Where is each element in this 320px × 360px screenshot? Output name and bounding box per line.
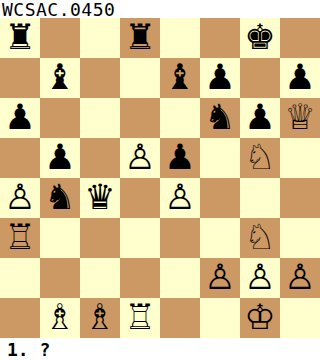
square-e7[interactable]: ♝ xyxy=(160,58,200,98)
square-c7[interactable] xyxy=(80,58,120,98)
square-h1[interactable] xyxy=(280,298,320,338)
black-rook: ♜ xyxy=(4,17,35,57)
square-g4[interactable] xyxy=(240,178,280,218)
white-pawn: ♙ xyxy=(204,257,235,297)
square-e4[interactable]: ♙ xyxy=(160,178,200,218)
square-g7[interactable] xyxy=(240,58,280,98)
square-b2[interactable] xyxy=(40,258,80,298)
white-knight: ♘ xyxy=(244,137,275,177)
square-c6[interactable] xyxy=(80,98,120,138)
square-f1[interactable] xyxy=(200,298,240,338)
black-knight: ♞ xyxy=(44,177,75,217)
square-e2[interactable] xyxy=(160,258,200,298)
square-f8[interactable] xyxy=(200,18,240,58)
square-a7[interactable] xyxy=(0,58,40,98)
black-pawn: ♟ xyxy=(204,57,235,97)
square-b5[interactable]: ♟ xyxy=(40,138,80,178)
square-h3[interactable] xyxy=(280,218,320,258)
square-d5[interactable]: ♙ xyxy=(120,138,160,178)
chess-diagram: WCSAC.0450 ♜♜♚♝♝♟♟♟♞♟♕♟♙♟♘♙♞♛♙♖♘♙♙♙♗♗♖♔ … xyxy=(0,0,320,360)
white-pawn: ♙ xyxy=(284,257,315,297)
square-e3[interactable] xyxy=(160,218,200,258)
square-d8[interactable]: ♜ xyxy=(120,18,160,58)
square-e6[interactable] xyxy=(160,98,200,138)
black-bishop: ♝ xyxy=(44,57,75,97)
black-rook: ♜ xyxy=(124,17,155,57)
white-rook: ♖ xyxy=(124,297,155,337)
white-bishop: ♗ xyxy=(44,297,75,337)
square-g5[interactable]: ♘ xyxy=(240,138,280,178)
square-b4[interactable]: ♞ xyxy=(40,178,80,218)
square-b6[interactable] xyxy=(40,98,80,138)
square-f4[interactable] xyxy=(200,178,240,218)
black-queen: ♛ xyxy=(84,177,115,217)
square-c8[interactable] xyxy=(80,18,120,58)
square-d4[interactable] xyxy=(120,178,160,218)
square-c2[interactable] xyxy=(80,258,120,298)
black-pawn: ♟ xyxy=(244,97,275,137)
black-pawn: ♟ xyxy=(284,57,315,97)
square-e1[interactable] xyxy=(160,298,200,338)
square-g8[interactable]: ♚ xyxy=(240,18,280,58)
square-f5[interactable] xyxy=(200,138,240,178)
square-g6[interactable]: ♟ xyxy=(240,98,280,138)
black-pawn: ♟ xyxy=(44,137,75,177)
square-h6[interactable]: ♕ xyxy=(280,98,320,138)
square-f3[interactable] xyxy=(200,218,240,258)
white-pawn: ♙ xyxy=(4,177,35,217)
diagram-title: WCSAC.0450 xyxy=(0,0,320,18)
square-d3[interactable] xyxy=(120,218,160,258)
square-b7[interactable]: ♝ xyxy=(40,58,80,98)
square-d1[interactable]: ♖ xyxy=(120,298,160,338)
square-h8[interactable] xyxy=(280,18,320,58)
black-knight: ♞ xyxy=(204,97,235,137)
chess-board: ♜♜♚♝♝♟♟♟♞♟♕♟♙♟♘♙♞♛♙♖♘♙♙♙♗♗♖♔ xyxy=(0,18,320,338)
white-pawn: ♙ xyxy=(124,137,155,177)
square-a2[interactable] xyxy=(0,258,40,298)
square-h5[interactable] xyxy=(280,138,320,178)
square-g1[interactable]: ♔ xyxy=(240,298,280,338)
square-c5[interactable] xyxy=(80,138,120,178)
white-rook: ♖ xyxy=(4,217,35,257)
black-pawn: ♟ xyxy=(4,97,35,137)
square-c1[interactable]: ♗ xyxy=(80,298,120,338)
square-f2[interactable]: ♙ xyxy=(200,258,240,298)
black-bishop: ♝ xyxy=(164,57,195,97)
square-b3[interactable] xyxy=(40,218,80,258)
square-f6[interactable]: ♞ xyxy=(200,98,240,138)
square-e5[interactable]: ♟ xyxy=(160,138,200,178)
square-g2[interactable]: ♙ xyxy=(240,258,280,298)
white-knight: ♘ xyxy=(244,217,275,257)
square-a5[interactable] xyxy=(0,138,40,178)
square-d7[interactable] xyxy=(120,58,160,98)
black-king: ♚ xyxy=(244,17,275,57)
square-a8[interactable]: ♜ xyxy=(0,18,40,58)
square-h7[interactable]: ♟ xyxy=(280,58,320,98)
square-e8[interactable] xyxy=(160,18,200,58)
square-f7[interactable]: ♟ xyxy=(200,58,240,98)
square-a4[interactable]: ♙ xyxy=(0,178,40,218)
white-pawn: ♙ xyxy=(244,257,275,297)
square-h2[interactable]: ♙ xyxy=(280,258,320,298)
square-d2[interactable] xyxy=(120,258,160,298)
move-prompt: 1. ? xyxy=(0,338,320,360)
square-b8[interactable] xyxy=(40,18,80,58)
white-queen: ♕ xyxy=(284,97,315,137)
square-d6[interactable] xyxy=(120,98,160,138)
square-a1[interactable] xyxy=(0,298,40,338)
square-a3[interactable]: ♖ xyxy=(0,218,40,258)
square-c3[interactable] xyxy=(80,218,120,258)
white-bishop: ♗ xyxy=(84,297,115,337)
square-g3[interactable]: ♘ xyxy=(240,218,280,258)
square-a6[interactable]: ♟ xyxy=(0,98,40,138)
white-king: ♔ xyxy=(244,297,275,337)
white-pawn: ♙ xyxy=(164,177,195,217)
black-pawn: ♟ xyxy=(164,137,195,177)
square-h4[interactable] xyxy=(280,178,320,218)
square-b1[interactable]: ♗ xyxy=(40,298,80,338)
square-c4[interactable]: ♛ xyxy=(80,178,120,218)
